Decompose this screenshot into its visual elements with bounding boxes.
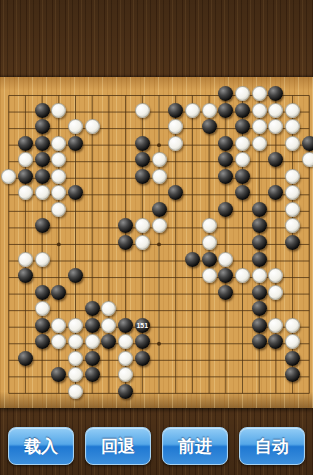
white-stone [285,202,300,217]
white-stone [35,252,50,267]
forward-button[interactable]: 前进 [162,427,228,465]
black-stone [202,252,217,267]
white-stone [252,103,267,118]
black-stone [35,119,50,134]
white-stone [268,318,283,333]
white-stone [68,351,83,366]
white-stone [152,218,167,233]
white-stone [285,318,300,333]
white-stone [268,103,283,118]
black-stone [35,218,50,233]
black-stone [218,136,233,151]
white-stone [152,152,167,167]
white-stone [135,235,150,250]
white-stone [202,235,217,250]
black-stone [185,252,200,267]
black-stone [35,318,50,333]
white-stone [35,185,50,200]
black-stone [85,318,100,333]
black-stone [135,152,150,167]
white-stone [51,318,66,333]
black-stone [218,285,233,300]
black-stone [252,252,267,267]
white-stone [35,301,50,316]
auto-button[interactable]: 自动 [239,427,305,465]
undo-button[interactable]: 回退 [85,427,151,465]
black-stone [252,285,267,300]
move-number-label: 151 [135,318,150,333]
black-stone [68,268,83,283]
black-stone [35,103,50,118]
white-stone [218,252,233,267]
white-stone [252,86,267,101]
white-stone [185,103,200,118]
black-stone [85,367,100,382]
white-stone [68,119,83,134]
black-stone [35,169,50,184]
black-stone [118,318,133,333]
white-stone [302,152,313,167]
black-stone [252,235,267,250]
load-button[interactable]: 载入 [8,427,74,465]
black-stone [252,218,267,233]
white-stone [252,268,267,283]
black-stone [302,136,313,151]
black-stone [118,235,133,250]
white-stone [68,318,83,333]
white-stone [135,103,150,118]
black-stone [235,103,250,118]
black-stone [218,169,233,184]
white-stone [101,318,116,333]
black-stone [35,334,50,349]
black-stone [168,103,183,118]
black-stone [252,202,267,217]
white-stone [85,119,100,134]
white-stone [51,136,66,151]
black-stone [18,351,33,366]
white-stone [18,252,33,267]
star-point [157,342,161,346]
go-board[interactable]: 151 [0,77,313,408]
black-stone [218,103,233,118]
white-stone [18,152,33,167]
black-stone [18,136,33,151]
black-stone [285,235,300,250]
white-stone [85,334,100,349]
white-stone [235,86,250,101]
white-stone [285,103,300,118]
black-stone [252,318,267,333]
black-stone [135,334,150,349]
black-stone [235,169,250,184]
black-stone [18,169,33,184]
star-point [157,143,161,147]
black-stone [85,351,100,366]
black-stone [235,119,250,134]
white-stone [235,136,250,151]
white-stone [268,285,283,300]
white-stone [51,169,66,184]
white-stone [202,218,217,233]
last-move-stone: 151 [135,318,150,333]
app-screen: 151 载入 回退 前进 自动 [0,0,313,475]
white-stone [168,136,183,151]
white-stone [1,169,16,184]
white-stone [252,119,267,134]
white-stone [68,384,83,399]
toolbar: 载入 回退 前进 自动 [8,427,305,465]
white-stone [152,169,167,184]
black-stone [202,119,217,134]
black-stone [135,136,150,151]
black-stone [35,136,50,151]
black-stone [68,136,83,151]
white-stone [51,103,66,118]
black-stone [85,301,100,316]
black-stone [152,202,167,217]
black-stone [252,301,267,316]
white-stone [202,103,217,118]
white-stone [118,351,133,366]
black-stone [118,384,133,399]
black-stone [285,351,300,366]
star-point [57,243,61,247]
white-stone [252,136,267,151]
black-stone [135,351,150,366]
white-stone [285,169,300,184]
black-stone [135,169,150,184]
white-stone [285,136,300,151]
white-stone [202,268,217,283]
black-stone [35,285,50,300]
black-stone [35,152,50,167]
white-stone [235,268,250,283]
black-stone [18,268,33,283]
star-point [157,243,161,247]
black-stone [252,334,267,349]
black-stone [51,285,66,300]
